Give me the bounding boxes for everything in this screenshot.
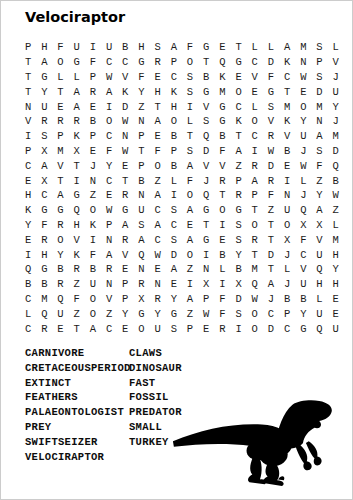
grid-cell: A	[182, 203, 198, 218]
grid-cell: R	[52, 114, 68, 129]
grid-cell: X	[36, 144, 52, 159]
grid-cell: E	[52, 99, 68, 114]
grid-cell: B	[198, 70, 214, 85]
grid-cell: D	[311, 84, 327, 99]
grid-cell: S	[230, 232, 246, 247]
grid-cell: Y	[133, 84, 149, 99]
grid-cell: G	[133, 306, 149, 321]
grid-cell: F	[182, 173, 198, 188]
grid-cell: M	[328, 129, 344, 144]
grid-cell: T	[20, 55, 36, 70]
grid-cell: U	[328, 84, 344, 99]
grid-cell: C	[247, 55, 263, 70]
grid-cell: T	[263, 232, 279, 247]
word-list-item: CRETACEOUSPERIOD	[25, 361, 131, 376]
grid-cell: F	[295, 232, 311, 247]
grid-cell: M	[247, 262, 263, 277]
grid-cell: C	[230, 99, 246, 114]
grid-cell: Y	[101, 158, 117, 173]
grid-cell: S	[166, 321, 182, 336]
grid-cell: U	[311, 306, 327, 321]
grid-cell: R	[85, 84, 101, 99]
grid-cell: I	[214, 277, 230, 292]
grid-cell: N	[150, 277, 166, 292]
grid-cell: N	[117, 129, 133, 144]
grid-cell: I	[182, 99, 198, 114]
grid-cell: O	[101, 114, 117, 129]
grid-cell: G	[214, 114, 230, 129]
grid-cell: C	[279, 321, 295, 336]
word-list-item: SWIFTSEIZER	[25, 435, 131, 450]
grid-cell: J	[85, 158, 101, 173]
grid-cell: P	[20, 40, 36, 55]
grid-cell: M	[36, 292, 52, 307]
grid-cell: E	[214, 40, 230, 55]
grid-cell: J	[328, 70, 344, 85]
grid-cell: Y	[230, 247, 246, 262]
grid-cell: P	[85, 70, 101, 85]
grid-cell: C	[20, 321, 36, 336]
grid-cell: O	[150, 158, 166, 173]
grid-cell: S	[166, 203, 182, 218]
grid-cell: Z	[263, 203, 279, 218]
grid-cell: A	[52, 188, 68, 203]
grid-cell: X	[279, 232, 295, 247]
grid-cell: H	[328, 247, 344, 262]
grid-cell: V	[101, 292, 117, 307]
grid-cell: A	[117, 218, 133, 233]
grid-cell: O	[247, 114, 263, 129]
grid-cell: F	[150, 144, 166, 159]
grid-cell: N	[198, 262, 214, 277]
grid-cell: U	[279, 203, 295, 218]
grid-cell: G	[295, 321, 311, 336]
grid-cell: H	[133, 40, 149, 55]
grid-cell: V	[247, 70, 263, 85]
grid-cell: N	[20, 99, 36, 114]
grid-cell: Z	[311, 173, 327, 188]
grid-cell: C	[166, 218, 182, 233]
grid-cell: L	[214, 262, 230, 277]
grid-cell: G	[198, 232, 214, 247]
grid-cell: C	[101, 55, 117, 70]
grid-cell: K	[20, 203, 36, 218]
grid-cell: W	[295, 70, 311, 85]
grid-cell: I	[279, 173, 295, 188]
grid-cell: F	[69, 292, 85, 307]
grid-cell: Z	[101, 306, 117, 321]
grid-cell: W	[247, 292, 263, 307]
grid-cell: A	[182, 292, 198, 307]
grid-cell: K	[85, 218, 101, 233]
grid-cell: B	[133, 173, 149, 188]
grid-cell: R	[36, 232, 52, 247]
grid-cell: D	[198, 144, 214, 159]
grid-cell: C	[20, 158, 36, 173]
grid-cell: T	[150, 99, 166, 114]
grid-cell: U	[311, 247, 327, 262]
word-list-left: CARNIVORECRETACEOUSPERIODEXTINCTFEATHERS…	[25, 346, 131, 464]
grid-cell: Y	[328, 262, 344, 277]
grid-cell: T	[214, 188, 230, 203]
grid-cell: E	[117, 262, 133, 277]
grid-cell: O	[166, 114, 182, 129]
grid-cell: I	[85, 40, 101, 55]
grid-cell: F	[263, 70, 279, 85]
grid-cell: R	[69, 262, 85, 277]
grid-cell: T	[230, 129, 246, 144]
grid-cell: I	[20, 247, 36, 262]
grid-cell: S	[311, 40, 327, 55]
grid-cell: R	[133, 277, 149, 292]
grid-cell: P	[247, 188, 263, 203]
grid-cell: I	[247, 144, 263, 159]
grid-cell: E	[52, 321, 68, 336]
grid-cell: W	[117, 144, 133, 159]
grid-cell: I	[198, 247, 214, 262]
grid-cell: N	[295, 55, 311, 70]
grid-cell: A	[69, 99, 85, 114]
grid-cell: Y	[295, 114, 311, 129]
grid-cell: G	[230, 203, 246, 218]
grid-cell: Y	[328, 99, 344, 114]
grid-cell: F	[182, 40, 198, 55]
grid-cell: B	[279, 292, 295, 307]
grid-cell: R	[69, 114, 85, 129]
grid-cell: O	[230, 84, 246, 99]
grid-cell: I	[182, 277, 198, 292]
grid-cell: R	[52, 218, 68, 233]
grid-cell: P	[117, 292, 133, 307]
grid-cell: U	[133, 203, 149, 218]
grid-cell: R	[150, 55, 166, 70]
grid-cell: L	[328, 40, 344, 55]
grid-cell: P	[166, 144, 182, 159]
grid-cell: B	[52, 262, 68, 277]
grid-cell: S	[263, 99, 279, 114]
grid-cell: Y	[52, 247, 68, 262]
grid-cell: Q	[20, 262, 36, 277]
grid-cell: V	[52, 158, 68, 173]
grid-cell: Z	[69, 306, 85, 321]
grid-cell: R	[247, 232, 263, 247]
grid-cell: X	[69, 144, 85, 159]
grid-cell: A	[311, 129, 327, 144]
grid-cell: U	[101, 40, 117, 55]
grid-cell: P	[133, 129, 149, 144]
grid-cell: U	[85, 277, 101, 292]
grid-cell: Q	[133, 247, 149, 262]
word-list-item: PREY	[25, 420, 131, 435]
grid-cell: A	[279, 40, 295, 55]
grid-cell: G	[230, 55, 246, 70]
grid-cell: V	[20, 114, 36, 129]
grid-cell: E	[328, 306, 344, 321]
grid-cell: C	[247, 129, 263, 144]
grid-cell: Z	[69, 277, 85, 292]
grid-cell: F	[214, 144, 230, 159]
grid-cell: Q	[36, 306, 52, 321]
grid-cell: Z	[230, 158, 246, 173]
grid-cell: E	[150, 70, 166, 85]
grid-cell: H	[328, 277, 344, 292]
grid-cell: P	[133, 158, 149, 173]
word-list-item: EXTINCT	[25, 376, 131, 391]
grid-cell: B	[328, 173, 344, 188]
grid-cell: N	[133, 262, 149, 277]
grid-cell: Q	[214, 55, 230, 70]
grid-cell: P	[182, 321, 198, 336]
grid-cell: D	[263, 158, 279, 173]
grid-cell: E	[328, 292, 344, 307]
grid-cell: L	[182, 114, 198, 129]
grid-cell: U	[295, 277, 311, 292]
grid-cell: M	[214, 84, 230, 99]
grid-cell: O	[85, 203, 101, 218]
grid-cell: C	[279, 70, 295, 85]
grid-cell: D	[166, 247, 182, 262]
grid-cell: P	[117, 277, 133, 292]
grid-cell: G	[198, 203, 214, 218]
grid-cell: P	[101, 218, 117, 233]
grid-cell: C	[263, 306, 279, 321]
grid-cell: C	[150, 232, 166, 247]
grid-cell: K	[117, 84, 133, 99]
grid-cell: G	[69, 55, 85, 70]
grid-cell: X	[133, 292, 149, 307]
grid-cell: Y	[150, 306, 166, 321]
grid-cell: L	[247, 40, 263, 55]
grid-cell: H	[311, 277, 327, 292]
grid-cell: R	[150, 292, 166, 307]
grid-cell: S	[230, 306, 246, 321]
grid-cell: X	[311, 218, 327, 233]
grid-cell: Q	[198, 188, 214, 203]
grid-cell: O	[214, 203, 230, 218]
grid-cell: P	[166, 55, 182, 70]
grid-cell: R	[247, 158, 263, 173]
grid-cell: G	[166, 306, 182, 321]
grid-cell: K	[69, 247, 85, 262]
grid-cell: A	[311, 203, 327, 218]
grid-cell: C	[101, 129, 117, 144]
grid-cell: R	[117, 188, 133, 203]
grid-cell: U	[69, 40, 85, 55]
grid-cell: J	[279, 247, 295, 262]
grid-cell: T	[247, 247, 263, 262]
grid-cell: G	[36, 203, 52, 218]
grid-cell: D	[328, 144, 344, 159]
grid-cell: S	[166, 232, 182, 247]
grid-cell: A	[247, 173, 263, 188]
grid-cell: B	[230, 262, 246, 277]
word-list-item: CARNIVORE	[25, 346, 131, 361]
grid-cell: I	[166, 188, 182, 203]
grid-cell: K	[214, 70, 230, 85]
grid-cell: N	[279, 188, 295, 203]
grid-cell: R	[214, 173, 230, 188]
grid-cell: O	[182, 55, 198, 70]
grid-cell: Q	[198, 129, 214, 144]
word-list-item: FEATHERS	[25, 390, 131, 405]
grid-cell: S	[311, 70, 327, 85]
grid-cell: Q	[311, 321, 327, 336]
grid-cell: M	[295, 40, 311, 55]
grid-cell: T	[198, 55, 214, 70]
grid-cell: O	[85, 292, 101, 307]
grid-cell: A	[182, 158, 198, 173]
grid-cell: R	[263, 173, 279, 188]
grid-cell: G	[117, 203, 133, 218]
grid-cell: K	[279, 114, 295, 129]
grid-cell: I	[214, 218, 230, 233]
grid-cell: S	[182, 144, 198, 159]
grid-cell: P	[52, 129, 68, 144]
grid-cell: H	[36, 40, 52, 55]
grid-cell: J	[198, 173, 214, 188]
grid-cell: P	[85, 129, 101, 144]
grid-cell: L	[52, 70, 68, 85]
grid-cell: H	[150, 84, 166, 99]
grid-cell: T	[279, 84, 295, 99]
grid-cell: A	[36, 158, 52, 173]
grid-cell: A	[230, 144, 246, 159]
grid-cell: Z	[85, 188, 101, 203]
grid-cell: O	[182, 188, 198, 203]
grid-cell: C	[101, 321, 117, 336]
grid-cell: J	[328, 114, 344, 129]
grid-cell: G	[263, 84, 279, 99]
grid-cell: C	[117, 55, 133, 70]
grid-cell: E	[85, 144, 101, 159]
grid-cell: E	[279, 158, 295, 173]
grid-cell: P	[198, 292, 214, 307]
grid-cell: H	[166, 99, 182, 114]
grid-cell: O	[247, 306, 263, 321]
grid-cell: L	[20, 306, 36, 321]
grid-cell: C	[101, 173, 117, 188]
grid-cell: A	[69, 84, 85, 99]
grid-cell: A	[263, 277, 279, 292]
grid-cell: T	[69, 158, 85, 173]
grid-cell: R	[214, 321, 230, 336]
grid-cell: J	[279, 277, 295, 292]
grid-cell: Q	[247, 277, 263, 292]
grid-cell: P	[311, 55, 327, 70]
grid-cell: T	[69, 321, 85, 336]
grid-cell: F	[263, 188, 279, 203]
grid-cell: Q	[295, 203, 311, 218]
grid-cell: F	[85, 247, 101, 262]
grid-cell: N	[85, 173, 101, 188]
word-list-item: FAST	[129, 376, 182, 391]
grid-cell: O	[182, 247, 198, 262]
grid-cell: A	[133, 232, 149, 247]
grid-cell: A	[150, 188, 166, 203]
grid-cell: Y	[166, 292, 182, 307]
grid-cell: F	[214, 292, 230, 307]
velociraptor-silhouette-icon	[167, 400, 351, 488]
word-list-item: PALAEONTOLOGIST	[25, 405, 131, 420]
grid-cell: G	[36, 70, 52, 85]
grid-cell: M	[52, 144, 68, 159]
grid-cell: B	[85, 262, 101, 277]
grid-cell: Y	[295, 306, 311, 321]
grid-cell: G	[133, 55, 149, 70]
grid-cell: A	[101, 84, 117, 99]
grid-cell: D	[117, 99, 133, 114]
grid-cell: O	[52, 55, 68, 70]
grid-cell: T	[182, 129, 198, 144]
grid-cell: J	[263, 292, 279, 307]
grid-cell: H	[20, 188, 36, 203]
grid-cell: V	[117, 247, 133, 262]
grid-cell: U	[36, 99, 52, 114]
grid-cell: Z	[182, 306, 198, 321]
grid-cell: E	[101, 188, 117, 203]
grid-cell: O	[133, 321, 149, 336]
grid-cell: G	[69, 188, 85, 203]
grid-cell: E	[150, 262, 166, 277]
grid-cell: E	[20, 232, 36, 247]
grid-cell: W	[328, 188, 344, 203]
grid-cell: T	[133, 144, 149, 159]
grid-cell: G	[198, 40, 214, 55]
grid-cell: R	[101, 262, 117, 277]
grid-cell: A	[150, 218, 166, 233]
grid-cell: F	[133, 70, 149, 85]
grid-cell: B	[36, 277, 52, 292]
grid-cell: E	[117, 321, 133, 336]
grid-cell: S	[230, 218, 246, 233]
grid-cell: R	[263, 129, 279, 144]
grid-cell: R	[36, 321, 52, 336]
grid-cell: L	[263, 40, 279, 55]
word-search-page: Velociraptor PHFUIUBHSAFGETLLAMSLTAOGFCC…	[0, 0, 353, 500]
grid-cell: O	[85, 306, 101, 321]
grid-cell: E	[214, 232, 230, 247]
grid-cell: B	[20, 277, 36, 292]
grid-cell: X	[36, 173, 52, 188]
grid-cell: T	[198, 218, 214, 233]
grid-cell: B	[85, 114, 101, 129]
grid-cell: E	[85, 99, 101, 114]
grid-cell: T	[247, 203, 263, 218]
word-list-item: CLAWS	[129, 346, 182, 361]
grid-cell: Y	[117, 306, 133, 321]
grid-cell: A	[166, 40, 182, 55]
grid-cell: D	[263, 321, 279, 336]
grid-cell: A	[166, 262, 182, 277]
grid-cell: C	[20, 292, 36, 307]
grid-cell: Y	[36, 84, 52, 99]
grid-cell: Q	[52, 292, 68, 307]
grid-cell: M	[311, 99, 327, 114]
grid-cell: Y	[311, 188, 327, 203]
grid-cell: F	[52, 40, 68, 55]
grid-cell: R	[36, 114, 52, 129]
grid-cell: G	[52, 203, 68, 218]
grid-cell: I	[101, 99, 117, 114]
grid-cell: V	[69, 232, 85, 247]
grid-cell: T	[52, 84, 68, 99]
grid-cell: T	[20, 70, 36, 85]
grid-cell: S	[311, 144, 327, 159]
grid-cell: L	[69, 70, 85, 85]
grid-cell: Z	[328, 203, 344, 218]
grid-cell: F	[214, 306, 230, 321]
grid-cell: V	[311, 232, 327, 247]
